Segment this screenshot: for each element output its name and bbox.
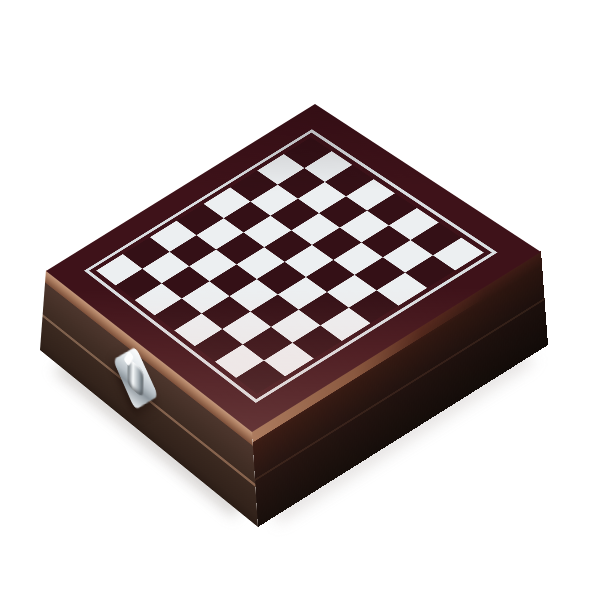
- product-photo-scene: [0, 0, 600, 600]
